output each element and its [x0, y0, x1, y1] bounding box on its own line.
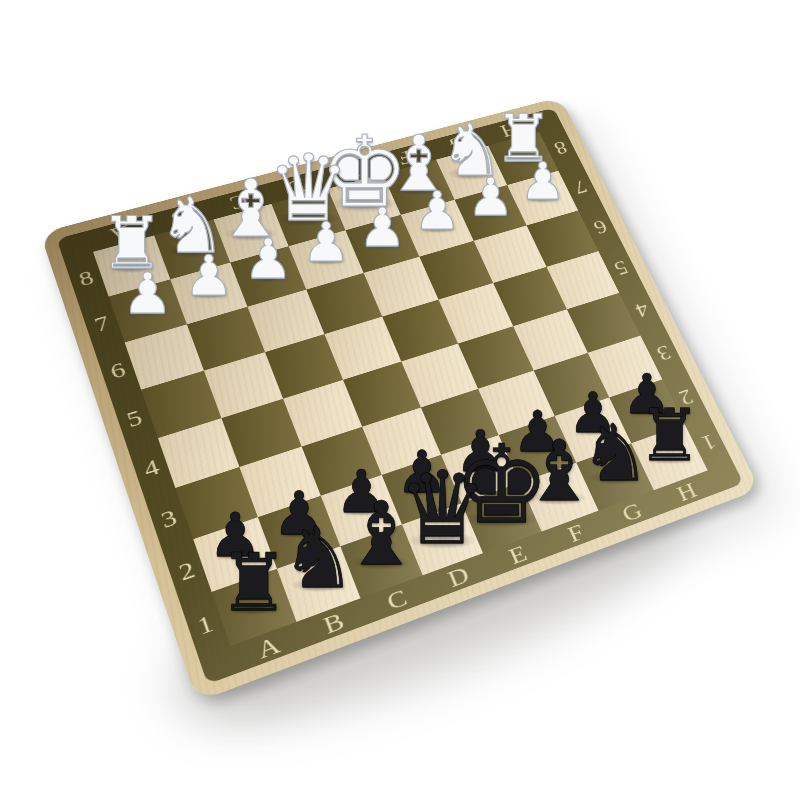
white-pawn-g7[interactable]: ♟: [464, 171, 516, 223]
white-pawn-h7[interactable]: ♟: [517, 156, 569, 208]
black-rook-a1[interactable]: ♜: [214, 544, 293, 623]
white-pawn-f7[interactable]: ♟: [411, 185, 464, 238]
product-photo-scene: AABBCCDDEEFFGGHH8877665544332211 ♜♞♝♛♚♝♞…: [0, 0, 800, 800]
white-pawn-c7[interactable]: ♟: [241, 232, 296, 287]
white-pawn-a7[interactable]: ♟: [119, 265, 176, 322]
white-pawn-e7[interactable]: ♟: [356, 201, 410, 255]
white-pawn-b7[interactable]: ♟: [181, 248, 237, 304]
white-pawn-d7[interactable]: ♟: [299, 216, 353, 270]
